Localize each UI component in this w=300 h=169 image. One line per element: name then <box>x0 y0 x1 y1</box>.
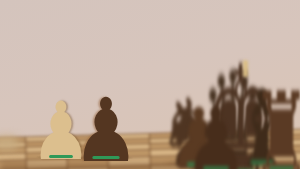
chessboard-photo-scene: ♟♟♞♟♟♛♚♝♜ <box>0 0 300 169</box>
black-pawn-focused: ♟ <box>69 87 144 169</box>
pieces-layer: ♟♟♞♟♟♛♚♝♜ <box>0 0 300 169</box>
black-rook-blurred-glyph: ♜ <box>248 78 300 169</box>
felt-base <box>203 167 229 169</box>
felt-base <box>269 167 293 169</box>
felt-base <box>93 156 120 159</box>
king-finial <box>243 60 248 77</box>
black-rook-blurred: ♜ <box>248 78 300 169</box>
